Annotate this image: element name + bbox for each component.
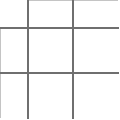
nonogram-board: [0, 0, 120, 120]
thick-midline-horizontal: [0, 72, 119, 74]
thick-border-horizontal: [0, 27, 119, 29]
thick-midline-vertical: [72, 0, 74, 119]
thick-border-vertical: [27, 0, 29, 119]
